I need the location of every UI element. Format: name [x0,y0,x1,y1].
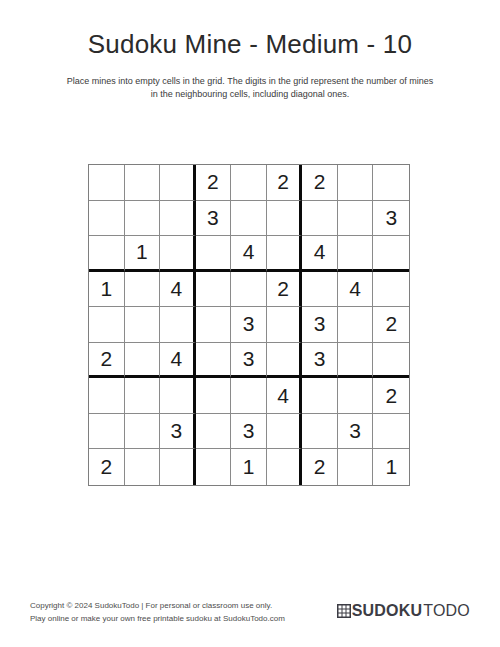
footer-copyright: Copyright © 2024 SudokuTodo | For person… [30,600,285,625]
cell-r3c6 [267,236,303,272]
cell-r9c1: 2 [89,449,125,485]
cell-r9c2 [125,449,161,485]
cell-r1c4: 2 [196,165,232,201]
cell-r8c1 [89,414,125,450]
puzzle-title: Sudoku Mine - Medium - 10 [0,29,500,60]
cell-r1c8 [338,165,374,201]
instructions: Place mines into empty cells in the grid… [0,75,500,100]
cell-r4c1: 1 [89,272,125,308]
cell-r2c6 [267,201,303,237]
cell-r2c5 [231,201,267,237]
cell-r4c6: 2 [267,272,303,308]
cell-r9c7: 2 [302,449,338,485]
cell-r9c3 [160,449,196,485]
cell-r4c3: 4 [160,272,196,308]
cell-r1c2 [125,165,161,201]
cell-r8c2 [125,414,161,450]
cell-r5c1 [89,307,125,343]
cell-r4c9 [373,272,409,308]
cell-r6c3: 4 [160,343,196,379]
cell-r1c5 [231,165,267,201]
cell-r6c6 [267,343,303,379]
cell-r3c8 [338,236,374,272]
cell-r2c8 [338,201,374,237]
cell-r6c5: 3 [231,343,267,379]
copyright-line-2: Play online or make your own free printa… [30,613,285,626]
cell-r4c8: 4 [338,272,374,308]
cell-r3c2: 1 [125,236,161,272]
cell-r5c5: 3 [231,307,267,343]
page: Sudoku Mine - Medium - 10 Place mines in… [0,0,500,647]
cell-r4c4 [196,272,232,308]
cell-r7c2 [125,378,161,414]
cell-r8c3: 3 [160,414,196,450]
cell-r5c6 [267,307,303,343]
cell-r6c9 [373,343,409,379]
cell-r9c9: 1 [373,449,409,485]
cell-r6c2 [125,343,161,379]
cell-r9c8 [338,449,374,485]
cell-r8c4 [196,414,232,450]
cell-r1c1 [89,165,125,201]
cell-r3c9 [373,236,409,272]
cell-r2c2 [125,201,161,237]
cell-r7c8 [338,378,374,414]
cell-r5c3 [160,307,196,343]
cell-r5c9: 2 [373,307,409,343]
cell-r3c3 [160,236,196,272]
cell-r8c9 [373,414,409,450]
cell-r5c7: 3 [302,307,338,343]
sudoku-mine-board: 2223314414243322433423332121 [88,164,410,486]
cell-r2c7 [302,201,338,237]
cell-r9c6 [267,449,303,485]
cell-r2c4: 3 [196,201,232,237]
cell-r7c6: 4 [267,378,303,414]
copyright-line-1: Copyright © 2024 SudokuTodo | For person… [30,600,285,613]
cell-r6c7: 3 [302,343,338,379]
sudoku-grid-icon [337,604,351,618]
cell-r1c3 [160,165,196,201]
cell-r4c2 [125,272,161,308]
cell-r1c9 [373,165,409,201]
logo-text-bold: SUDOKU [352,602,423,620]
cell-r4c5 [231,272,267,308]
cell-r4c7 [302,272,338,308]
cell-r7c5 [231,378,267,414]
cell-r9c5: 1 [231,449,267,485]
sudokutodo-logo: SUDOKUTODO [337,602,470,620]
cell-r7c3 [160,378,196,414]
cell-r2c1 [89,201,125,237]
cell-r5c8 [338,307,374,343]
cell-r1c6: 2 [267,165,303,201]
cell-r3c1 [89,236,125,272]
cell-r6c1: 2 [89,343,125,379]
cell-r6c4 [196,343,232,379]
cell-r7c9: 2 [373,378,409,414]
cell-r8c6 [267,414,303,450]
cell-r7c1 [89,378,125,414]
logo-text-light: TODO [423,602,470,620]
cell-r7c4 [196,378,232,414]
cell-r2c3 [160,201,196,237]
cell-r5c2 [125,307,161,343]
cell-r5c4 [196,307,232,343]
cell-r7c7 [302,378,338,414]
cell-r8c5: 3 [231,414,267,450]
instructions-line-2: in the neighbouring cells, including dia… [151,89,350,99]
cell-r3c5: 4 [231,236,267,272]
cell-r3c4 [196,236,232,272]
cell-r2c9: 3 [373,201,409,237]
cell-r1c7: 2 [302,165,338,201]
cell-r3c7: 4 [302,236,338,272]
instructions-line-1: Place mines into empty cells in the grid… [67,76,434,86]
cell-r8c7 [302,414,338,450]
cell-r9c4 [196,449,232,485]
cell-r6c8 [338,343,374,379]
cell-r8c8: 3 [338,414,374,450]
